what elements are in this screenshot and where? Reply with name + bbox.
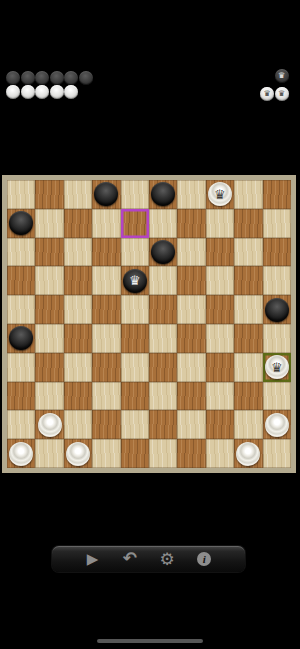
square-r7c2[interactable] (64, 382, 92, 411)
checkers-board: ♛♛♛ (2, 175, 296, 473)
play-button[interactable]: ▶ (74, 546, 111, 572)
square-r9c7[interactable] (206, 439, 234, 468)
square-r8c0[interactable] (7, 410, 35, 439)
square-r0c8[interactable] (234, 180, 262, 209)
square-r5c7[interactable] (206, 324, 234, 353)
square-r6c3[interactable] (92, 353, 120, 382)
undo-icon: ↶ (123, 550, 137, 567)
square-r1c2[interactable] (64, 209, 92, 238)
black-man[interactable] (265, 298, 289, 322)
black-man-counter (21, 71, 35, 85)
square-r7c0[interactable] (7, 382, 35, 411)
square-r3c5[interactable] (149, 266, 177, 295)
square-r5c3[interactable] (92, 324, 120, 353)
square-r2c1[interactable] (35, 238, 63, 267)
square-r6c5[interactable] (149, 353, 177, 382)
square-r4c2[interactable] (64, 295, 92, 324)
square-r9c8[interactable] (234, 439, 262, 468)
square-r3c3[interactable] (92, 266, 120, 295)
square-r5c8[interactable] (234, 324, 262, 353)
square-r1c7[interactable] (206, 209, 234, 238)
square-r8c4[interactable] (121, 410, 149, 439)
square-r9c0[interactable] (7, 439, 35, 468)
square-r6c6[interactable] (177, 353, 205, 382)
square-r9c9[interactable] (263, 439, 291, 468)
black-man-counter (6, 71, 20, 85)
white-man[interactable] (66, 442, 90, 466)
black-king[interactable]: ♛ (123, 269, 147, 293)
white-king[interactable]: ♛ (208, 182, 232, 206)
black-man-counter (50, 71, 64, 85)
white-men-count-row (6, 85, 93, 99)
white-king-counter: ♛ (260, 87, 274, 101)
square-r1c3[interactable] (92, 209, 120, 238)
men-count-tray (6, 71, 93, 99)
square-r0c4[interactable] (121, 180, 149, 209)
square-r1c9[interactable] (263, 209, 291, 238)
black-kings-count-row: ♛ (259, 69, 289, 83)
square-r6c4[interactable] (121, 353, 149, 382)
crown-icon: ♛ (275, 69, 289, 83)
square-r7c6[interactable] (177, 382, 205, 411)
app-screen: ♛ ♛♛ ♛♛♛ ▶↶⚙i (0, 0, 300, 649)
black-man-counter (64, 71, 78, 85)
square-r4c3[interactable] (92, 295, 120, 324)
crown-icon: ♛ (265, 355, 289, 379)
square-r3c0[interactable] (7, 266, 35, 295)
square-r3c8[interactable] (234, 266, 262, 295)
square-r8c9[interactable] (263, 410, 291, 439)
white-man-counter (35, 85, 49, 99)
square-r8c2[interactable] (64, 410, 92, 439)
square-r7c8[interactable] (234, 382, 262, 411)
black-man[interactable] (9, 211, 33, 235)
square-r8c6[interactable] (177, 410, 205, 439)
square-r8c1[interactable] (35, 410, 63, 439)
square-r9c3[interactable] (92, 439, 120, 468)
square-r5c1[interactable] (35, 324, 63, 353)
settings-icon: ⚙ (160, 551, 175, 568)
square-r8c8[interactable] (234, 410, 262, 439)
square-r7c4[interactable] (121, 382, 149, 411)
info-icon: i (197, 552, 211, 566)
settings-button[interactable]: ⚙ (149, 546, 186, 572)
white-man-counter (64, 85, 78, 99)
square-r1c0[interactable] (7, 209, 35, 238)
square-r9c1[interactable] (35, 439, 63, 468)
square-r0c7[interactable]: ♛ (206, 180, 234, 209)
square-r9c6[interactable] (177, 439, 205, 468)
square-r4c4[interactable] (121, 295, 149, 324)
square-r2c5[interactable] (149, 238, 177, 267)
square-r4c8[interactable] (234, 295, 262, 324)
square-r3c1[interactable] (35, 266, 63, 295)
play-icon: ▶ (87, 552, 99, 567)
square-r6c1[interactable] (35, 353, 63, 382)
black-man-counter (79, 71, 93, 85)
square-r5c5[interactable] (149, 324, 177, 353)
square-r7c7[interactable] (206, 382, 234, 411)
bottom-toolbar: ▶↶⚙i (52, 546, 245, 572)
square-r0c1[interactable] (35, 180, 63, 209)
square-r2c6[interactable] (177, 238, 205, 267)
white-king[interactable]: ♛ (265, 355, 289, 379)
square-r1c4[interactable] (121, 209, 149, 238)
square-r0c0[interactable] (7, 180, 35, 209)
square-r4c5[interactable] (149, 295, 177, 324)
square-r6c9[interactable]: ♛ (263, 353, 291, 382)
white-man[interactable] (9, 442, 33, 466)
info-button[interactable]: i (186, 546, 223, 572)
home-indicator[interactable] (97, 639, 203, 643)
square-r2c0[interactable] (7, 238, 35, 267)
square-r0c2[interactable] (64, 180, 92, 209)
square-r8c5[interactable] (149, 410, 177, 439)
square-r4c9[interactable] (263, 295, 291, 324)
square-r6c8[interactable] (234, 353, 262, 382)
square-r2c4[interactable] (121, 238, 149, 267)
square-r3c7[interactable] (206, 266, 234, 295)
square-r2c3[interactable] (92, 238, 120, 267)
white-man[interactable] (236, 442, 260, 466)
square-r3c6[interactable] (177, 266, 205, 295)
black-king-counter: ♛ (275, 69, 289, 83)
white-man-counter (6, 85, 20, 99)
white-king-counter: ♛ (275, 87, 289, 101)
square-r0c6[interactable] (177, 180, 205, 209)
square-r4c7[interactable] (206, 295, 234, 324)
black-man[interactable] (94, 182, 118, 206)
square-r3c9[interactable] (263, 266, 291, 295)
crown-icon: ♛ (123, 269, 147, 293)
square-r7c5[interactable] (149, 382, 177, 411)
white-man-counter (21, 85, 35, 99)
white-man[interactable] (38, 413, 62, 437)
square-r3c4[interactable]: ♛ (121, 266, 149, 295)
white-kings-count-row: ♛♛ (259, 87, 289, 101)
square-r5c2[interactable] (64, 324, 92, 353)
square-r5c4[interactable] (121, 324, 149, 353)
kings-count-tray: ♛ ♛♛ (259, 69, 289, 101)
square-r2c7[interactable] (206, 238, 234, 267)
square-r7c1[interactable] (35, 382, 63, 411)
square-r9c5[interactable] (149, 439, 177, 468)
square-r7c9[interactable] (263, 382, 291, 411)
square-r2c8[interactable] (234, 238, 262, 267)
white-man[interactable] (265, 413, 289, 437)
square-r1c1[interactable] (35, 209, 63, 238)
square-r4c6[interactable] (177, 295, 205, 324)
square-r4c1[interactable] (35, 295, 63, 324)
square-r1c5[interactable] (149, 209, 177, 238)
black-man[interactable] (9, 326, 33, 350)
square-r6c2[interactable] (64, 353, 92, 382)
square-r3c2[interactable] (64, 266, 92, 295)
crown-icon: ♛ (208, 182, 232, 206)
crown-icon: ♛ (260, 87, 274, 101)
square-r1c8[interactable] (234, 209, 262, 238)
square-r9c2[interactable] (64, 439, 92, 468)
black-man[interactable] (151, 182, 175, 206)
black-man[interactable] (151, 240, 175, 264)
square-r7c3[interactable] (92, 382, 120, 411)
black-men-count-row (6, 71, 93, 85)
square-r5c0[interactable] (7, 324, 35, 353)
square-r2c2[interactable] (64, 238, 92, 267)
crown-icon: ♛ (275, 87, 289, 101)
square-r6c7[interactable] (206, 353, 234, 382)
square-r0c3[interactable] (92, 180, 120, 209)
square-r9c4[interactable] (121, 439, 149, 468)
square-r5c6[interactable] (177, 324, 205, 353)
board-grid: ♛♛♛ (7, 180, 291, 468)
square-r0c9[interactable] (263, 180, 291, 209)
square-r4c0[interactable] (7, 295, 35, 324)
undo-button[interactable]: ↶ (111, 546, 148, 572)
square-r8c3[interactable] (92, 410, 120, 439)
square-r6c0[interactable] (7, 353, 35, 382)
square-r0c5[interactable] (149, 180, 177, 209)
square-r1c6[interactable] (177, 209, 205, 238)
square-r8c7[interactable] (206, 410, 234, 439)
black-man-counter (35, 71, 49, 85)
square-r2c9[interactable] (263, 238, 291, 267)
square-r5c9[interactable] (263, 324, 291, 353)
white-man-counter (50, 85, 64, 99)
